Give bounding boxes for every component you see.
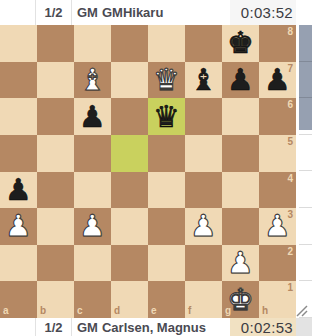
square-g4[interactable]	[222, 172, 259, 209]
rank-label-4: 4	[287, 174, 293, 184]
black-pawn-c6[interactable]: ♟	[79, 102, 106, 132]
white-queen-e7[interactable]: ♛	[153, 65, 180, 95]
square-g2[interactable]: ♟	[222, 245, 259, 282]
square-b7[interactable]	[37, 62, 74, 99]
square-b4[interactable]	[37, 172, 74, 209]
square-a5[interactable]	[0, 135, 37, 172]
square-a7[interactable]	[0, 62, 37, 99]
top-player-title: GM	[77, 5, 98, 20]
square-d1[interactable]: d	[111, 281, 148, 318]
white-pawn-f3[interactable]: ♟	[190, 211, 217, 241]
file-label-f: f	[188, 306, 191, 316]
square-b1[interactable]: b	[37, 281, 74, 318]
black-queen-e6[interactable]: ♛	[153, 102, 180, 132]
square-b8[interactable]	[37, 25, 74, 62]
square-c5[interactable]	[74, 135, 111, 172]
square-f8[interactable]	[185, 25, 222, 62]
rank-label-2: 2	[287, 247, 293, 257]
rank-label-6: 6	[287, 100, 293, 110]
file-label-g: g	[225, 306, 231, 316]
square-h1[interactable]: h1	[259, 281, 296, 318]
board-area: ♚8♝♛♝♟♟7♟♛65♟4♟♟♟♟3♟2abcdef♚gh1	[0, 25, 312, 318]
top-bar-spacer	[0, 0, 36, 25]
eval-gauge-ticks	[299, 25, 312, 318]
square-e2[interactable]	[148, 245, 185, 282]
square-f5[interactable]	[185, 135, 222, 172]
square-e6[interactable]: ♛	[148, 98, 185, 135]
square-c1[interactable]: c	[74, 281, 111, 318]
white-pawn-c3[interactable]: ♟	[79, 211, 106, 241]
top-player-bar: 1/2 GM GMHikaru 0:03:52	[0, 0, 312, 25]
square-c3[interactable]: ♟	[74, 208, 111, 245]
square-f7[interactable]: ♝	[185, 62, 222, 99]
square-d2[interactable]	[111, 245, 148, 282]
square-a1[interactable]: a	[0, 281, 37, 318]
rank-label-1: 1	[287, 283, 293, 293]
square-c6[interactable]: ♟	[74, 98, 111, 135]
square-c8[interactable]	[74, 25, 111, 62]
rank-label-5: 5	[287, 137, 293, 147]
square-f1[interactable]: f	[185, 281, 222, 318]
black-king-g8[interactable]: ♚	[227, 28, 254, 58]
square-b2[interactable]	[37, 245, 74, 282]
square-d4[interactable]	[111, 172, 148, 209]
square-d8[interactable]	[111, 25, 148, 62]
white-pawn-a3[interactable]: ♟	[5, 211, 32, 241]
square-f3[interactable]: ♟	[185, 208, 222, 245]
file-label-e: e	[151, 306, 157, 316]
bottom-player-bar: 1/2 GM Carlsen, Magnus 0:02:53	[0, 318, 312, 336]
white-pawn-g2[interactable]: ♟	[227, 248, 254, 278]
square-f4[interactable]	[185, 172, 222, 209]
bottom-player-name[interactable]: GM Carlsen, Magnus	[72, 318, 230, 336]
eval-gauge	[299, 25, 312, 318]
board-resize-handle[interactable]	[294, 305, 308, 317]
bottom-player-clock: 0:02:53	[230, 318, 296, 336]
top-player-name[interactable]: GM GMHikaru	[72, 0, 230, 25]
top-player-clock: 0:03:52	[230, 0, 296, 25]
square-a2[interactable]	[0, 245, 37, 282]
bottom-player-title: GM	[77, 320, 98, 335]
rank-label-8: 8	[287, 27, 293, 37]
square-h6[interactable]: 6	[259, 98, 296, 135]
square-h7[interactable]: ♟7	[259, 62, 296, 99]
square-d7[interactable]	[111, 62, 148, 99]
square-f2[interactable]	[185, 245, 222, 282]
square-c7[interactable]: ♝	[74, 62, 111, 99]
square-f6[interactable]	[185, 98, 222, 135]
square-e1[interactable]: e	[148, 281, 185, 318]
square-g5[interactable]	[222, 135, 259, 172]
square-g7[interactable]: ♟	[222, 62, 259, 99]
square-d3[interactable]	[111, 208, 148, 245]
file-label-d: d	[114, 306, 120, 316]
file-label-c: c	[77, 306, 83, 316]
square-h3[interactable]: ♟3	[259, 208, 296, 245]
file-label-b: b	[40, 306, 46, 316]
square-e3[interactable]	[148, 208, 185, 245]
chess-board: ♚8♝♛♝♟♟7♟♛65♟4♟♟♟♟3♟2abcdef♚gh1	[0, 25, 296, 318]
bottom-player-username: Carlsen, Magnus	[102, 320, 206, 335]
square-g3[interactable]	[222, 208, 259, 245]
rank-label-3: 3	[287, 210, 293, 220]
square-g6[interactable]	[222, 98, 259, 135]
white-bishop-c7[interactable]: ♝	[79, 65, 106, 95]
file-label-h: h	[262, 306, 268, 316]
file-label-a: a	[3, 306, 9, 316]
square-e5[interactable]	[148, 135, 185, 172]
top-player-score: 1/2	[36, 0, 72, 25]
black-pawn-a4[interactable]: ♟	[5, 175, 32, 205]
square-h8[interactable]: 8	[259, 25, 296, 62]
rank-label-7: 7	[287, 64, 293, 74]
bottom-bar-right-spacer	[296, 318, 312, 336]
square-c4[interactable]	[74, 172, 111, 209]
square-e7[interactable]: ♛	[148, 62, 185, 99]
bottom-bar-spacer	[0, 318, 36, 336]
square-a8[interactable]	[0, 25, 37, 62]
square-h2[interactable]: 2	[259, 245, 296, 282]
square-e4[interactable]	[148, 172, 185, 209]
square-a6[interactable]	[0, 98, 37, 135]
square-h4[interactable]: 4	[259, 172, 296, 209]
top-player-username: GMHikaru	[102, 5, 163, 20]
square-a3[interactable]: ♟	[0, 208, 37, 245]
square-c2[interactable]	[74, 245, 111, 282]
top-bar-right-spacer	[296, 0, 312, 25]
square-b5[interactable]	[37, 135, 74, 172]
black-pawn-g7[interactable]: ♟	[227, 65, 254, 95]
square-b6[interactable]	[37, 98, 74, 135]
square-d6[interactable]	[111, 98, 148, 135]
black-bishop-f7[interactable]: ♝	[190, 65, 217, 95]
square-h5[interactable]: 5	[259, 135, 296, 172]
square-b3[interactable]	[37, 208, 74, 245]
chess-tv-app: 1/2 GM GMHikaru 0:03:52 ♚8♝♛♝♟♟7♟♛65♟4♟♟…	[0, 0, 312, 336]
square-e8[interactable]	[148, 25, 185, 62]
square-g1[interactable]: ♚g	[222, 281, 259, 318]
square-g8[interactable]: ♚	[222, 25, 259, 62]
square-d5[interactable]	[111, 135, 148, 172]
square-a4[interactable]: ♟	[0, 172, 37, 209]
bottom-player-score: 1/2	[36, 318, 72, 336]
